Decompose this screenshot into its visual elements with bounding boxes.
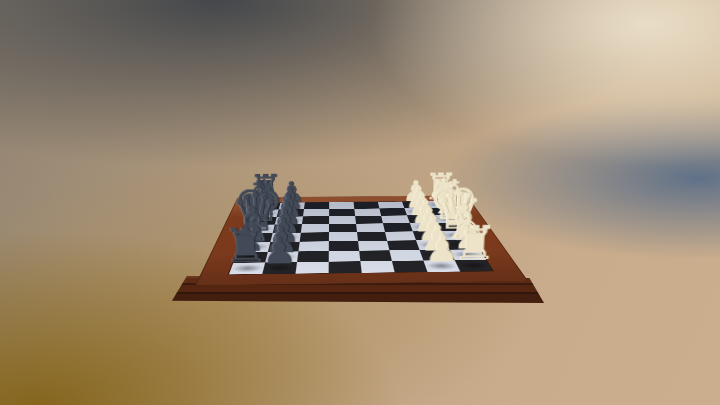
- dark-square: [357, 232, 387, 241]
- light-square: [356, 223, 385, 232]
- white-rook: ♜: [437, 220, 514, 267]
- scene: ♜♞♝♚♛♝♞♜♟♟♟♟♟♟♟♟♟♟♟♟♟♟♟♟♜♞♝♚♛♝♞♜: [0, 0, 720, 405]
- dark-square: [329, 224, 357, 233]
- black-rook: ♜: [206, 222, 284, 270]
- dark-square: [329, 261, 362, 273]
- light-square: [358, 241, 389, 251]
- model-viewer-canvas[interactable]: ♜♞♝♚♛♝♞♜♟♟♟♟♟♟♟♟♟♟♟♟♟♟♟♟♜♞♝♚♛♝♞♜: [0, 0, 720, 405]
- dark-square: [359, 250, 392, 261]
- light-square: [360, 261, 394, 273]
- light-square: [329, 232, 358, 241]
- light-square: [329, 251, 361, 262]
- dark-square: [329, 241, 359, 251]
- board-plane: ♜♞♝♚♛♝♞♜♟♟♟♟♟♟♟♟♟♟♟♟♟♟♟♟♜♞♝♚♛♝♞♜: [195, 196, 528, 286]
